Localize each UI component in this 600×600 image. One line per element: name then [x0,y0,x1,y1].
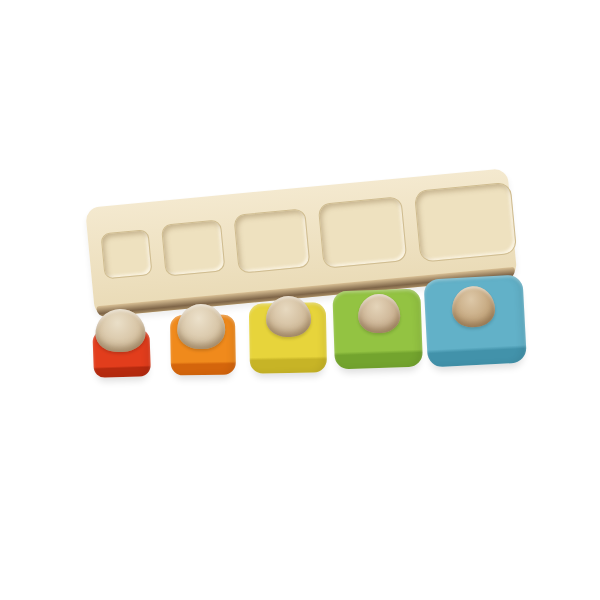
piece-orange[interactable] [170,314,236,375]
product-photo [0,0,600,600]
piece-yellow[interactable] [249,302,327,373]
recess-slot-large[interactable] [318,196,408,269]
piece-blue[interactable] [423,275,526,368]
piece-red[interactable] [92,329,151,378]
recess-slot-largest[interactable] [414,182,517,263]
knob-handle-orange[interactable] [177,304,226,350]
piece-green[interactable] [332,289,423,370]
knob-handle-red[interactable] [95,308,146,353]
recess-slot-smallest[interactable] [100,229,152,279]
recess-slot-small[interactable] [161,219,226,276]
recess-slot-medium[interactable] [233,208,310,274]
